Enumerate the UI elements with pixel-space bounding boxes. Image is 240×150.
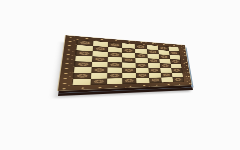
rosette-icon: ❂: [162, 64, 169, 68]
rosette-icon: ❂: [138, 73, 146, 77]
board-square-light: [136, 78, 149, 84]
rosette-icon: ❂: [175, 78, 182, 82]
rosette-icon: ❂: [94, 79, 105, 84]
rosette-icon: ❂: [95, 57, 105, 61]
rosette-icon: ❂: [125, 68, 134, 72]
board-square-light: [161, 77, 173, 82]
board-square-light: [73, 79, 91, 86]
rosette-icon: ❂: [138, 63, 146, 67]
rosette-icon: ❂: [94, 68, 104, 72]
rosette-icon: ❂: [125, 58, 134, 62]
rosette-icon: ❂: [173, 69, 180, 72]
rosette-icon: ❂: [151, 78, 159, 82]
rosette-icon: ❂: [163, 73, 171, 77]
rosette-icon: ❂: [78, 62, 89, 66]
rosette-icon: ❂: [77, 74, 89, 79]
board-square-dark: ❂: [122, 78, 136, 84]
rosette-icon: ❂: [151, 68, 159, 72]
chess-board: ❂❂❂❂❂❂❂❂❂❂❂❂❂❂❂❂❂❂❂❂❂❂❂❂❂❂❂❂❂❂❂❂: [57, 35, 192, 91]
board-square-dark: ❂: [91, 79, 108, 85]
photo-background: ❂❂❂❂❂❂❂❂❂❂❂❂❂❂❂❂❂❂❂❂❂❂❂❂❂❂❂❂❂❂❂❂: [0, 0, 240, 150]
rosette-icon: ❂: [125, 79, 134, 83]
board-square-light: [107, 78, 122, 84]
board-square-dark: ❂: [172, 77, 183, 82]
rosette-icon: ❂: [110, 63, 119, 67]
rosette-icon: ❂: [110, 73, 120, 77]
board-grid: ❂❂❂❂❂❂❂❂❂❂❂❂❂❂❂❂❂❂❂❂❂❂❂❂❂❂❂❂❂❂❂❂: [72, 40, 185, 86]
board-square-dark: ❂: [149, 78, 162, 83]
